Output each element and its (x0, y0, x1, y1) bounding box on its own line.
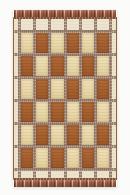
board-cell-r5c2[interactable] (36, 125, 48, 145)
board-cell-r4c1[interactable] (21, 102, 33, 122)
fringe-top (14, 10, 116, 17)
board-cell-r3c4[interactable] (67, 79, 79, 99)
board-cell-r5c1[interactable] (21, 125, 33, 145)
board-cell-r1c1[interactable] (21, 33, 33, 53)
board-cell-r3c1[interactable] (21, 79, 33, 99)
rug-body (13, 19, 117, 178)
board (18, 30, 112, 171)
board-cell-r4c3[interactable] (51, 102, 63, 122)
board-cell-r4c4[interactable] (67, 102, 79, 122)
board-cell-r3c3[interactable] (51, 79, 63, 99)
board-cell-r5c5[interactable] (82, 125, 94, 145)
board-cell-r6c6[interactable] (97, 148, 109, 168)
board-cell-r2c2[interactable] (36, 56, 48, 76)
board-cell-r6c3[interactable] (51, 148, 63, 168)
board-cell-r3c2[interactable] (36, 79, 48, 99)
board-cell-r3c5[interactable] (82, 79, 94, 99)
board-cell-r4c6[interactable] (97, 102, 109, 122)
board-cell-r6c4[interactable] (67, 148, 79, 168)
board-cell-r1c5[interactable] (82, 33, 94, 53)
board-cell-r2c4[interactable] (67, 56, 79, 76)
board-cell-r1c4[interactable] (67, 33, 79, 53)
board-cell-r2c3[interactable] (51, 56, 63, 76)
board-cell-r6c5[interactable] (82, 148, 94, 168)
board-cell-r4c5[interactable] (82, 102, 94, 122)
board-cell-r4c2[interactable] (36, 102, 48, 122)
rug (13, 10, 117, 187)
board-cell-r1c6[interactable] (97, 33, 109, 53)
board-cell-r2c6[interactable] (97, 56, 109, 76)
board-cell-r1c2[interactable] (36, 33, 48, 53)
board-cell-r2c5[interactable] (82, 56, 94, 76)
board-cell-r1c3[interactable] (51, 33, 63, 53)
board-cell-r2c1[interactable] (21, 56, 33, 76)
board-cell-r5c3[interactable] (51, 125, 63, 145)
board-cell-r6c1[interactable] (21, 148, 33, 168)
fringe-bottom (14, 180, 116, 187)
board-cell-r3c6[interactable] (97, 79, 109, 99)
board-cell-r5c6[interactable] (97, 125, 109, 145)
board-cell-r6c2[interactable] (36, 148, 48, 168)
board-cell-r5c4[interactable] (67, 125, 79, 145)
photo-background (0, 0, 130, 195)
